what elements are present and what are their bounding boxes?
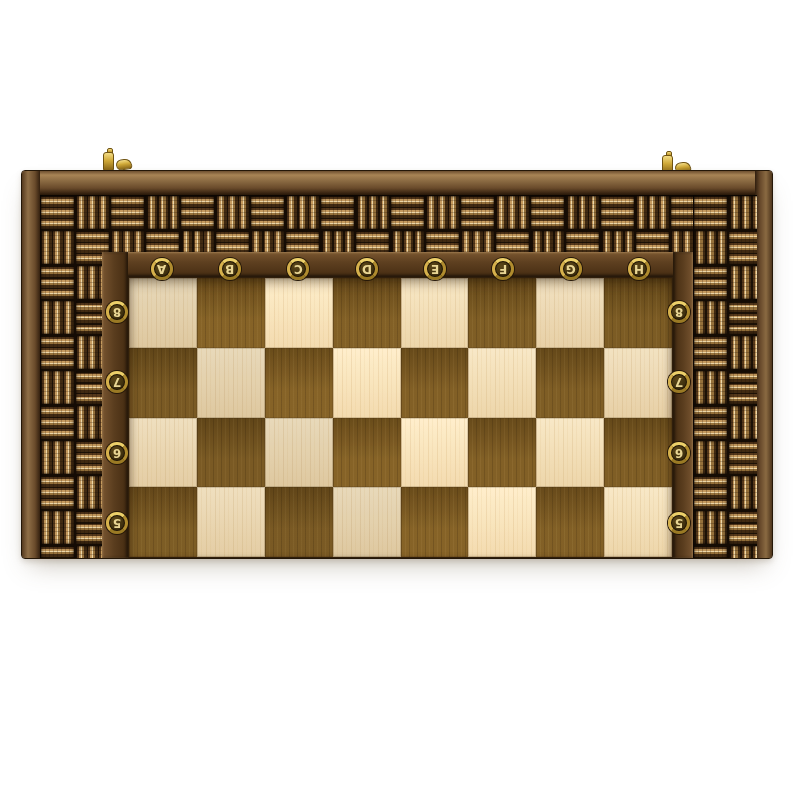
square-b7 [197, 348, 265, 418]
weave-cell [251, 196, 284, 229]
square-h6 [604, 418, 672, 488]
weave-cell [356, 196, 389, 229]
weave-cell [694, 476, 727, 509]
weave-cell [694, 371, 727, 404]
weave-cell [694, 511, 727, 544]
weave-cell [694, 231, 727, 264]
weave-cell [251, 231, 284, 254]
weave-cell [729, 301, 757, 334]
square-d5 [333, 487, 401, 557]
square-a5 [129, 487, 197, 557]
brass-hinge-left-icon [103, 150, 139, 172]
carved-frame: A B C D E F G H 8 7 6 5 8 7 6 5 [40, 195, 755, 558]
file-label-f: F [492, 258, 514, 280]
weave-cell [426, 196, 459, 229]
square-g7 [536, 348, 604, 418]
weave-cell [321, 196, 354, 229]
weave-cell [636, 231, 669, 254]
weave-cell [41, 406, 74, 439]
weave-cell [496, 196, 529, 229]
square-c8 [265, 278, 333, 348]
weave-cell [729, 196, 757, 229]
rank-label-right-6: 6 [668, 442, 690, 464]
carved-weave-right [693, 195, 757, 558]
file-label-b: B [219, 258, 241, 280]
rank-label-left-6: 6 [106, 442, 128, 464]
square-g8 [536, 278, 604, 348]
weave-cell [181, 196, 214, 229]
weave-cell [286, 231, 319, 254]
square-d6 [333, 418, 401, 488]
box-edge-top [22, 171, 772, 195]
square-h8 [604, 278, 672, 348]
chess-box: A B C D E F G H 8 7 6 5 8 7 6 5 [22, 171, 772, 558]
weave-cell [461, 196, 494, 229]
weave-cell [729, 231, 757, 264]
square-h7 [604, 348, 672, 418]
weave-cell [76, 546, 104, 558]
weave-cell [391, 231, 424, 254]
file-label-a: A [151, 258, 173, 280]
rank-label-left-8: 8 [106, 301, 128, 323]
square-e7 [401, 348, 469, 418]
box-edge-right [755, 171, 772, 558]
weave-cell [76, 266, 104, 299]
rank-label-left-7: 7 [106, 371, 128, 393]
weave-cell [566, 231, 599, 254]
weave-cell [286, 196, 319, 229]
weave-cell [41, 336, 74, 369]
square-b5 [197, 487, 265, 557]
square-b8 [197, 278, 265, 348]
square-f6 [468, 418, 536, 488]
weave-cell [461, 231, 494, 254]
weave-cell [76, 231, 104, 264]
weave-cell [729, 511, 757, 544]
weave-cell [41, 231, 74, 264]
weave-cell [356, 231, 389, 254]
weave-cell [41, 476, 74, 509]
weave-cell [146, 231, 179, 254]
rank-label-right-5: 5 [668, 512, 690, 534]
box-edge-left [22, 171, 40, 558]
weave-cell [76, 196, 104, 229]
weave-cell [729, 266, 757, 299]
weave-cell [76, 371, 104, 404]
weave-cell [729, 546, 757, 558]
rank-label-left-5: 5 [106, 512, 128, 534]
weave-cell [729, 441, 757, 474]
weave-cell [694, 196, 727, 229]
weave-cell [531, 196, 564, 229]
weave-cell [41, 301, 74, 334]
file-label-h: H [628, 258, 650, 280]
file-label-c: C [287, 258, 309, 280]
square-e5 [401, 487, 469, 557]
weave-cell [41, 511, 74, 544]
weave-cell [76, 406, 104, 439]
square-f7 [468, 348, 536, 418]
weave-cell [111, 231, 144, 254]
carved-weave-left [40, 195, 104, 558]
square-a7 [129, 348, 197, 418]
weave-cell [41, 546, 74, 558]
weave-cell [729, 336, 757, 369]
square-h5 [604, 487, 672, 557]
weave-cell [496, 231, 529, 254]
square-e6 [401, 418, 469, 488]
weave-cell [181, 231, 214, 254]
weave-cell [41, 441, 74, 474]
weave-cell [694, 266, 727, 299]
inner-border-top [102, 252, 693, 277]
weave-cell [76, 336, 104, 369]
weave-cell [729, 406, 757, 439]
weave-cell [76, 511, 104, 544]
square-c5 [265, 487, 333, 557]
square-b6 [197, 418, 265, 488]
weave-cell [76, 476, 104, 509]
weave-cell [694, 336, 727, 369]
weave-cell [41, 196, 74, 229]
weave-cell [694, 406, 727, 439]
weave-cell [146, 196, 179, 229]
weave-cell [636, 196, 669, 229]
weave-cell [694, 441, 727, 474]
weave-cell [111, 196, 144, 229]
file-label-g: G [560, 258, 582, 280]
carved-weave-top [40, 195, 757, 254]
hinge-curl-icon [115, 158, 132, 171]
square-f8 [468, 278, 536, 348]
weave-cell [729, 476, 757, 509]
weave-cell [601, 196, 634, 229]
square-e8 [401, 278, 469, 348]
rank-label-right-7: 7 [668, 371, 690, 393]
file-label-d: D [356, 258, 378, 280]
weave-cell [216, 196, 249, 229]
weave-cell [41, 266, 74, 299]
square-a6 [129, 418, 197, 488]
weave-cell [566, 196, 599, 229]
square-g6 [536, 418, 604, 488]
square-f5 [468, 487, 536, 557]
weave-cell [531, 231, 564, 254]
square-d7 [333, 348, 401, 418]
weave-cell [216, 231, 249, 254]
weave-cell [601, 231, 634, 254]
weave-cell [41, 371, 74, 404]
square-g5 [536, 487, 604, 557]
weave-cell [694, 301, 727, 334]
weave-cell [76, 441, 104, 474]
weave-cell [76, 301, 104, 334]
weave-cell [321, 231, 354, 254]
square-c7 [265, 348, 333, 418]
file-label-e: E [424, 258, 446, 280]
weave-cell [391, 196, 424, 229]
rank-label-right-8: 8 [668, 301, 690, 323]
weave-cell [426, 231, 459, 254]
square-c6 [265, 418, 333, 488]
weave-cell [694, 546, 727, 558]
chess-board [128, 277, 673, 558]
weave-cell [729, 371, 757, 404]
square-d8 [333, 278, 401, 348]
hinge-knuckle-icon [103, 152, 114, 171]
product-photo: A B C D E F G H 8 7 6 5 8 7 6 5 [0, 0, 800, 800]
square-a8 [129, 278, 197, 348]
